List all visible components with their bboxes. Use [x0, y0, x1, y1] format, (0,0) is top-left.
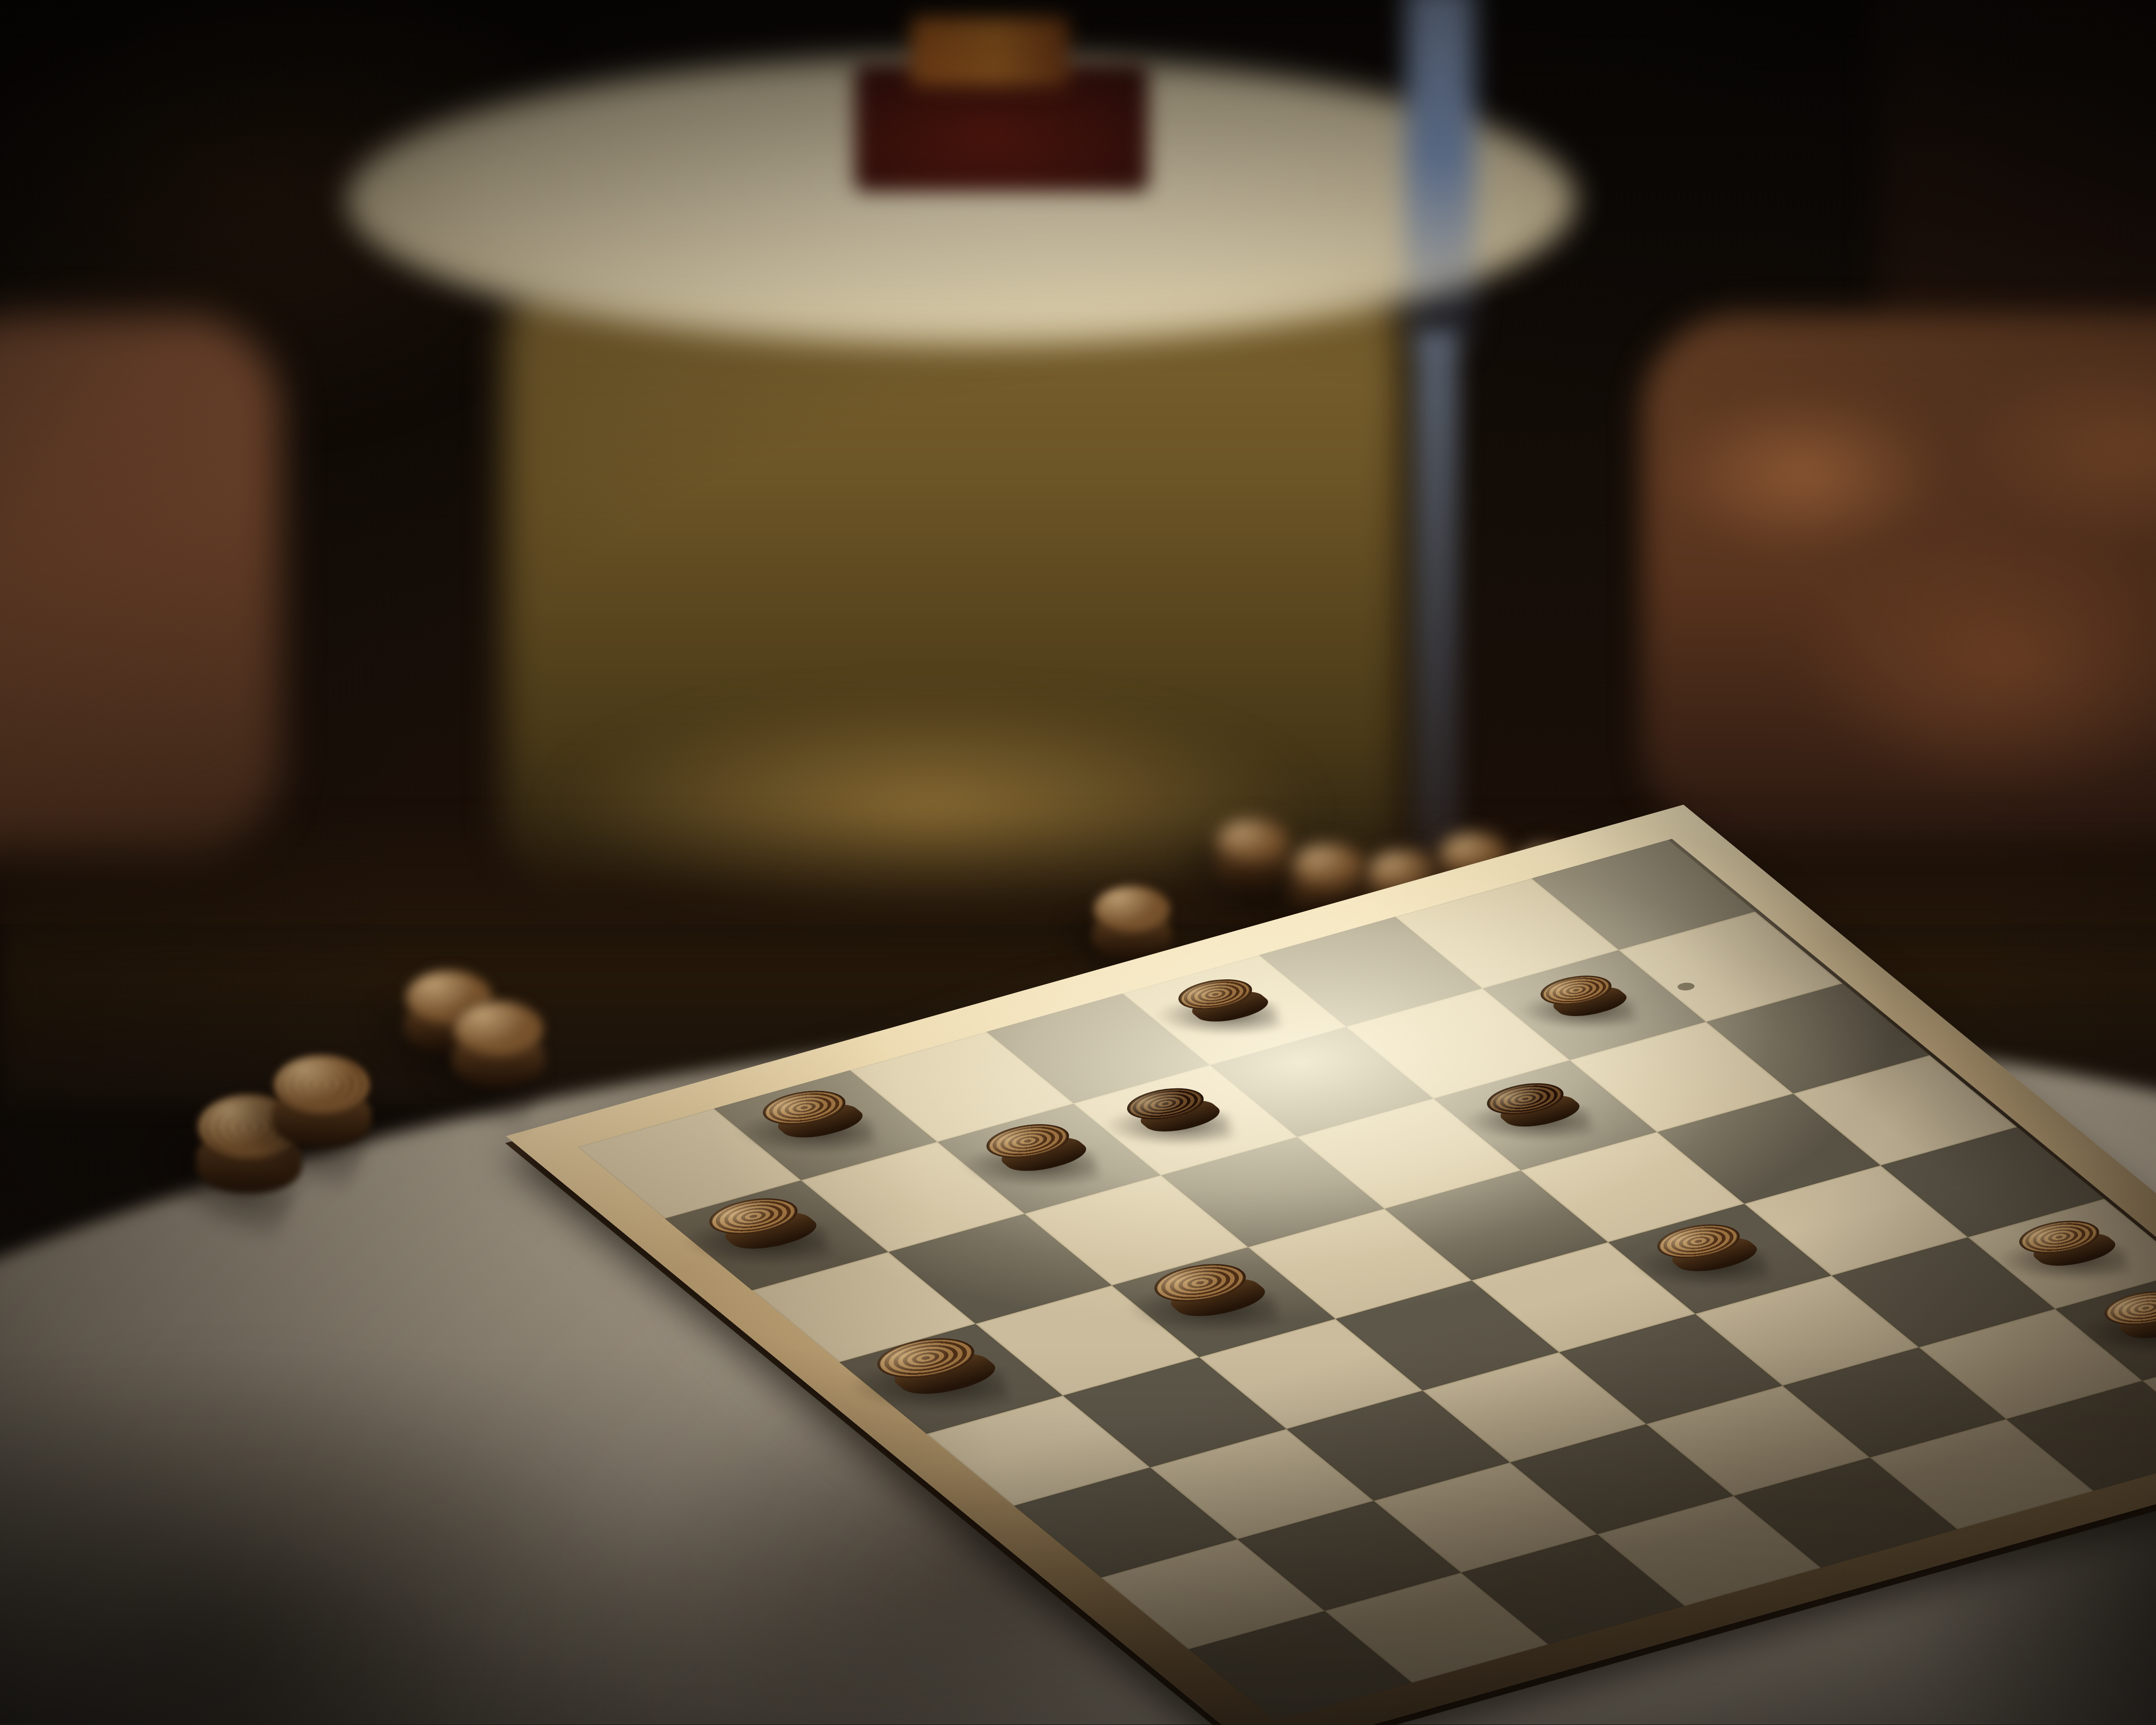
- piece-rings-icon: [452, 999, 544, 1058]
- scaler: [0, 0, 2156, 1725]
- blue-light-streak: [1406, 0, 1475, 363]
- cushion-left: [0, 314, 281, 858]
- cushion-right: [1642, 314, 2156, 841]
- maroon-box-lid: [911, 16, 1069, 86]
- loose-piece-far-1[interactable]: [1092, 884, 1172, 959]
- loose-piece-left-2[interactable]: [272, 1054, 371, 1148]
- scene: [0, 0, 2156, 1725]
- loose-piece-left-4[interactable]: [452, 999, 544, 1087]
- piece-rings-icon: [1092, 884, 1172, 935]
- piece-rings-icon: [272, 1054, 371, 1117]
